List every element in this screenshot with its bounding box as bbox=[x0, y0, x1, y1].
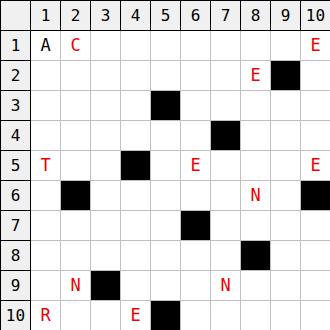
row-header: 8 bbox=[1, 241, 31, 271]
corner-cell bbox=[1, 1, 31, 31]
grid-cell[interactable] bbox=[121, 271, 151, 301]
grid-cell[interactable] bbox=[61, 211, 91, 241]
grid-cell[interactable] bbox=[181, 91, 211, 121]
grid-cell[interactable] bbox=[211, 181, 241, 211]
block-cell bbox=[121, 151, 151, 181]
grid-cell[interactable] bbox=[241, 91, 271, 121]
grid-cell[interactable] bbox=[271, 91, 301, 121]
col-header: 2 bbox=[61, 1, 91, 31]
block-cell bbox=[241, 241, 271, 271]
grid-cell[interactable] bbox=[181, 241, 211, 271]
grid-cell[interactable] bbox=[91, 301, 121, 330]
grid-cell[interactable] bbox=[151, 211, 181, 241]
grid-cell[interactable] bbox=[211, 61, 241, 91]
grid-cell[interactable] bbox=[271, 241, 301, 271]
grid-cell[interactable]: T bbox=[31, 151, 61, 181]
grid-cell[interactable] bbox=[241, 121, 271, 151]
grid-cell[interactable] bbox=[121, 241, 151, 271]
grid-cell[interactable] bbox=[61, 151, 91, 181]
grid-cell[interactable] bbox=[121, 121, 151, 151]
grid-cell[interactable] bbox=[91, 31, 121, 61]
grid-cell[interactable] bbox=[211, 151, 241, 181]
row-header: 3 bbox=[1, 91, 31, 121]
grid-cell[interactable] bbox=[211, 91, 241, 121]
grid-cell[interactable]: E bbox=[121, 301, 151, 330]
grid-cell[interactable] bbox=[241, 271, 271, 301]
grid-cell[interactable] bbox=[31, 211, 61, 241]
col-header: 7 bbox=[211, 1, 241, 31]
grid-cell[interactable] bbox=[31, 271, 61, 301]
grid-cell[interactable] bbox=[151, 241, 181, 271]
grid-cell[interactable] bbox=[151, 121, 181, 151]
grid-cell[interactable] bbox=[301, 91, 330, 121]
grid-cell[interactable] bbox=[31, 241, 61, 271]
grid-cell[interactable] bbox=[301, 271, 330, 301]
grid-cell[interactable] bbox=[61, 121, 91, 151]
grid-cell[interactable] bbox=[61, 241, 91, 271]
grid-cell[interactable] bbox=[301, 61, 330, 91]
grid-cell[interactable] bbox=[121, 31, 151, 61]
grid-cell[interactable]: E bbox=[181, 151, 211, 181]
grid-cell[interactable] bbox=[211, 301, 241, 330]
grid-cell[interactable] bbox=[271, 301, 301, 330]
grid-cell[interactable] bbox=[91, 181, 121, 211]
grid-cell[interactable] bbox=[271, 31, 301, 61]
grid-cell[interactable] bbox=[181, 31, 211, 61]
grid-cell[interactable] bbox=[31, 181, 61, 211]
grid-cell[interactable] bbox=[181, 181, 211, 211]
grid-cell[interactable] bbox=[61, 61, 91, 91]
row-header: 7 bbox=[1, 211, 31, 241]
grid-cell[interactable]: N bbox=[241, 181, 271, 211]
grid-cell[interactable] bbox=[91, 241, 121, 271]
row-header: 2 bbox=[1, 61, 31, 91]
row-header: 5 bbox=[1, 151, 31, 181]
block-cell bbox=[151, 91, 181, 121]
grid-cell[interactable] bbox=[181, 61, 211, 91]
grid-cell[interactable] bbox=[241, 301, 271, 330]
col-header: 3 bbox=[91, 1, 121, 31]
grid-cell[interactable] bbox=[151, 271, 181, 301]
grid-cell[interactable] bbox=[211, 241, 241, 271]
grid-cell[interactable] bbox=[31, 91, 61, 121]
row-header: 10 bbox=[1, 301, 31, 330]
grid-cell[interactable] bbox=[121, 91, 151, 121]
grid-cell[interactable] bbox=[301, 211, 330, 241]
grid-cell[interactable]: C bbox=[61, 31, 91, 61]
grid-cell[interactable] bbox=[271, 121, 301, 151]
grid-cell[interactable] bbox=[91, 61, 121, 91]
grid-cell[interactable] bbox=[151, 31, 181, 61]
grid-cell[interactable] bbox=[121, 181, 151, 211]
grid-cell[interactable]: A bbox=[31, 31, 61, 61]
grid-cell[interactable] bbox=[91, 211, 121, 241]
grid-cell[interactable] bbox=[31, 61, 61, 91]
grid-cell[interactable] bbox=[241, 31, 271, 61]
block-cell bbox=[151, 301, 181, 330]
grid-cell[interactable] bbox=[91, 151, 121, 181]
grid-cell[interactable]: E bbox=[301, 31, 330, 61]
row-header: 4 bbox=[1, 121, 31, 151]
grid-cell[interactable] bbox=[91, 91, 121, 121]
grid-cell[interactable]: E bbox=[301, 151, 330, 181]
grid-cell[interactable] bbox=[241, 211, 271, 241]
block-cell bbox=[91, 271, 121, 301]
grid-cell[interactable] bbox=[271, 271, 301, 301]
grid-cell[interactable] bbox=[301, 241, 330, 271]
block-cell bbox=[211, 121, 241, 151]
grid-cell[interactable] bbox=[271, 151, 301, 181]
grid-cell[interactable] bbox=[181, 271, 211, 301]
block-cell bbox=[271, 61, 301, 91]
grid-cell[interactable] bbox=[151, 181, 181, 211]
col-header: 5 bbox=[151, 1, 181, 31]
grid-cell[interactable] bbox=[271, 211, 301, 241]
grid-cell[interactable]: E bbox=[241, 61, 271, 91]
puzzle-board: 123456789101ACE2E345TEE6N789NN10RE bbox=[0, 0, 330, 330]
row-header: 6 bbox=[1, 181, 31, 211]
row-header: 1 bbox=[1, 31, 31, 61]
grid-cell[interactable] bbox=[31, 121, 61, 151]
block-cell bbox=[301, 181, 330, 211]
grid-cell[interactable] bbox=[211, 31, 241, 61]
grid-cell[interactable] bbox=[241, 151, 271, 181]
col-header: 10 bbox=[301, 1, 330, 31]
grid-cell[interactable] bbox=[121, 61, 151, 91]
row-header: 9 bbox=[1, 271, 31, 301]
grid-cell[interactable] bbox=[61, 301, 91, 330]
grid-cell[interactable] bbox=[211, 211, 241, 241]
grid-cell[interactable] bbox=[151, 61, 181, 91]
grid-cell[interactable] bbox=[181, 121, 211, 151]
grid-cell[interactable] bbox=[301, 121, 330, 151]
block-cell bbox=[61, 181, 91, 211]
grid-cell[interactable] bbox=[301, 301, 330, 330]
grid-cell[interactable] bbox=[181, 301, 211, 330]
col-header: 1 bbox=[31, 1, 61, 31]
grid-cell[interactable] bbox=[121, 211, 151, 241]
col-header: 4 bbox=[121, 1, 151, 31]
col-header: 8 bbox=[241, 1, 271, 31]
grid-cell[interactable] bbox=[61, 91, 91, 121]
col-header: 9 bbox=[271, 1, 301, 31]
grid-cell[interactable] bbox=[91, 121, 121, 151]
grid-cell[interactable]: N bbox=[211, 271, 241, 301]
col-header: 6 bbox=[181, 1, 211, 31]
grid-cell[interactable] bbox=[151, 151, 181, 181]
grid-cell[interactable]: N bbox=[61, 271, 91, 301]
grid-cell[interactable]: R bbox=[31, 301, 61, 330]
block-cell bbox=[181, 211, 211, 241]
grid-cell[interactable] bbox=[271, 181, 301, 211]
